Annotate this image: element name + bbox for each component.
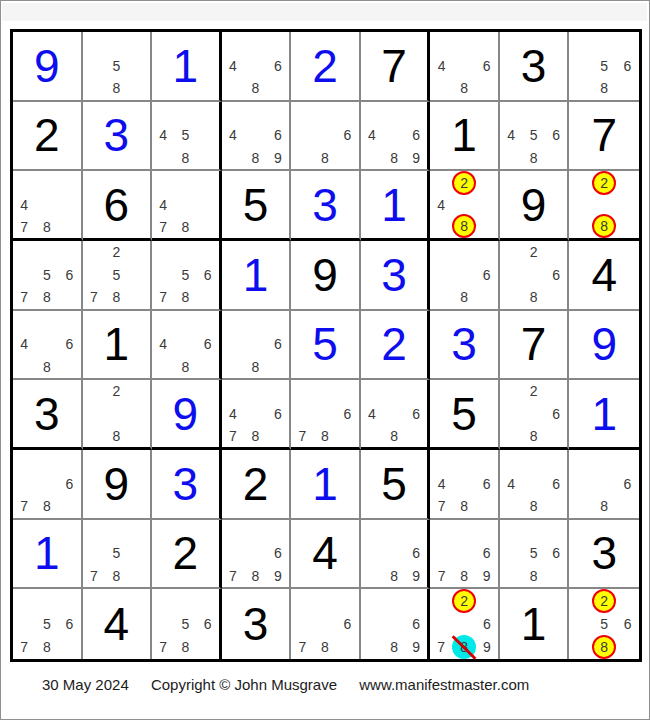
candidate-4: 4 (229, 406, 237, 422)
candidate-slot-1 (222, 311, 245, 334)
candidate-slot-6: 6 (58, 613, 81, 636)
candidate-slot-9 (545, 495, 568, 518)
cell-r4c8[interactable]: 268 (500, 241, 570, 311)
candidate-slot-6: 6 (267, 124, 290, 147)
candidate-5: 5 (112, 545, 120, 561)
cell-r5c6[interactable]: 2 (361, 311, 431, 381)
cell-r3c7[interactable]: 248 (430, 171, 500, 241)
candidate-8: 8 (460, 568, 468, 584)
candidate-slot-7: 7 (430, 565, 453, 588)
candidate-slot-6: 6 (336, 124, 359, 147)
candidate-slot-4 (222, 333, 245, 356)
candidate-slot-5: 5 (174, 124, 196, 147)
candidate-slot-8: 8 (244, 147, 267, 170)
candidate-slot-8: 8 (244, 565, 267, 588)
candidate-slot-6 (616, 195, 639, 214)
candidate-slot-4 (430, 613, 452, 635)
candidate-slot-6: 6 (405, 542, 427, 565)
candidate-slot-7: 7 (13, 286, 36, 309)
candidate-grid: 4678 (222, 380, 290, 447)
candidate-4: 4 (20, 336, 28, 352)
candidate-slot-6: 6 (58, 333, 81, 356)
candidate-slot-8: 8 (36, 286, 59, 309)
cell-r4c6[interactable]: 3 (361, 241, 431, 311)
cell-r8c4[interactable]: 6789 (222, 520, 292, 590)
candidate-slot-2 (453, 520, 476, 543)
candidate-slot-7 (500, 286, 523, 309)
candidate-slot-9 (545, 147, 568, 170)
cell-r7c7[interactable]: 4678 (430, 450, 500, 520)
cell-r9c9[interactable]: 2568 (569, 589, 639, 659)
candidate-7: 7 (438, 498, 446, 514)
candidate-6: 6 (552, 267, 560, 283)
candidate-slot-1 (291, 380, 314, 402)
candidate-slot-7 (83, 77, 106, 100)
candidate-slot-4 (83, 264, 106, 287)
candidate-8: 8 (43, 219, 51, 235)
candidate-8: 8 (321, 639, 329, 655)
candidate-slot-5: 5 (592, 613, 616, 635)
candidate-7: 7 (90, 289, 98, 305)
candidate-slot-9: 9 (267, 147, 290, 170)
candidate-slot-6: 6 (336, 613, 359, 636)
cell-r6c4[interactable]: 4678 (222, 380, 292, 450)
given-digit: 6 (104, 182, 130, 228)
candidate-slot-6: 6 (475, 264, 498, 287)
cell-r9c1[interactable]: 5678 (13, 589, 83, 659)
cell-r8c5[interactable]: 4 (291, 520, 361, 590)
cell-r2c5[interactable]: 68 (291, 102, 361, 172)
cell-r3c2[interactable]: 6 (83, 171, 153, 241)
candidate-slot-3 (128, 380, 151, 402)
candidate-grid: 568 (500, 520, 568, 588)
candidate-slot-5 (522, 264, 545, 287)
cell-r3c6[interactable]: 1 (361, 171, 431, 241)
candidate-slot-4 (569, 473, 592, 496)
candidate-slot-8: 8 (592, 214, 616, 238)
candidate-slot-3 (196, 171, 218, 193)
candidate-6: 6 (344, 127, 352, 143)
candidate-9: 9 (412, 639, 420, 655)
candidate-slot-8: 8 (453, 565, 476, 588)
candidate-8: 8 (460, 498, 468, 514)
candidate-slot-8: 8 (452, 635, 476, 659)
candidate-slot-1 (569, 32, 592, 55)
candidate-8-highlight-circle: 8 (592, 214, 616, 238)
candidate-8: 8 (530, 428, 538, 444)
candidate-slot-1 (83, 32, 106, 55)
candidate-8: 8 (321, 150, 329, 166)
candidate-slot-8: 8 (593, 77, 616, 100)
candidate-6: 6 (412, 406, 420, 422)
candidate-slot-9 (58, 216, 81, 238)
candidate-slot-1 (430, 32, 453, 55)
candidate-slot-8: 8 (36, 356, 59, 379)
cell-r1c1[interactable]: 9 (13, 32, 83, 102)
candidate-slot-8: 8 (244, 356, 267, 379)
candidate-7: 7 (20, 498, 28, 514)
candidate-8-eliminated: 8 (452, 635, 476, 659)
cell-r2c8[interactable]: 4568 (500, 102, 570, 172)
solved-digit: 2 (312, 43, 338, 89)
candidate-slot-7: 7 (430, 635, 452, 659)
candidate-slot-5 (453, 55, 476, 78)
candidate-slot-1 (152, 589, 174, 612)
candidate-slot-5: 5 (105, 542, 128, 565)
cell-r3c4[interactable]: 5 (222, 171, 292, 241)
candidate-slot-1 (430, 450, 453, 473)
candidate-slot-3 (545, 241, 568, 264)
cell-r2c9[interactable]: 7 (569, 102, 639, 172)
cell-r4c9[interactable]: 4 (569, 241, 639, 311)
cell-r3c9[interactable]: 28 (569, 171, 639, 241)
candidate-slot-5: 5 (174, 264, 196, 287)
candidate-8-highlight-circle: 8 (592, 635, 616, 659)
candidate-slot-9 (196, 286, 218, 309)
candidate-slot-3 (196, 241, 218, 264)
candidate-4: 4 (159, 197, 167, 213)
candidate-4: 4 (507, 476, 515, 492)
footer-website: www.manifestmaster.com (359, 676, 529, 693)
cell-r9c5[interactable]: 678 (291, 589, 361, 659)
candidate-5: 5 (600, 58, 608, 74)
candidate-slot-1 (500, 102, 523, 125)
cell-r5c8[interactable]: 7 (500, 311, 570, 381)
cell-r8c9[interactable]: 3 (569, 520, 639, 590)
candidate-slot-1 (361, 380, 383, 402)
given-digit: 9 (104, 461, 130, 507)
candidate-slot-7 (13, 356, 36, 379)
cell-r1c9[interactable]: 568 (569, 32, 639, 102)
candidate-slot-8: 8 (244, 425, 267, 447)
candidate-slot-1 (222, 520, 245, 543)
candidate-slot-4: 4 (152, 124, 174, 147)
candidate-grid: 5678 (13, 589, 81, 659)
candidate-slot-2: 2 (592, 589, 616, 613)
cell-r1c7[interactable]: 468 (430, 32, 500, 102)
candidate-slot-7: 7 (430, 495, 453, 518)
given-digit: 5 (451, 391, 477, 437)
candidate-slot-6 (128, 264, 151, 287)
candidate-slot-9 (336, 636, 359, 659)
candidate-grid: 478 (13, 171, 81, 238)
candidate-8: 8 (43, 359, 51, 375)
candidate-slot-8: 8 (105, 425, 128, 447)
cell-r3c3[interactable]: 478 (152, 171, 222, 241)
cell-r1c6[interactable]: 7 (361, 32, 431, 102)
cell-r4c5[interactable]: 9 (291, 241, 361, 311)
solved-digit: 3 (104, 112, 130, 158)
candidate-7: 7 (438, 568, 446, 584)
candidate-slot-4 (13, 473, 36, 496)
candidate-slot-4: 4 (222, 124, 245, 147)
candidate-slot-8: 8 (174, 147, 196, 170)
cell-r4c4[interactable]: 1 (222, 241, 292, 311)
cell-r7c3[interactable]: 3 (152, 450, 222, 520)
candidate-slot-4: 4 (430, 55, 453, 78)
given-digit: 4 (104, 601, 130, 647)
candidate-6: 6 (552, 545, 560, 561)
cell-r1c2[interactable]: 58 (83, 32, 153, 102)
candidate-4: 4 (368, 127, 376, 143)
cell-r7c1[interactable]: 678 (13, 450, 83, 520)
candidate-slot-6 (128, 542, 151, 565)
candidate-6: 6 (552, 476, 560, 492)
candidate-5: 5 (181, 616, 189, 632)
cell-r2c4[interactable]: 4689 (222, 102, 292, 172)
candidate-slot-4: 4 (430, 195, 452, 214)
candidate-8: 8 (390, 568, 398, 584)
cell-r6c6[interactable]: 468 (361, 380, 431, 450)
cell-r1c3[interactable]: 1 (152, 32, 222, 102)
candidate-slot-9 (58, 286, 81, 309)
cell-r2c6[interactable]: 4689 (361, 102, 431, 172)
cell-r2c7[interactable]: 1 (430, 102, 500, 172)
candidate-9: 9 (274, 150, 282, 166)
cell-r5c2[interactable]: 1 (83, 311, 153, 381)
cell-r6c8[interactable]: 268 (500, 380, 570, 450)
footer-copyright: Copyright © John Musgrave (151, 676, 337, 693)
cell-r6c3[interactable]: 9 (152, 380, 222, 450)
candidate-slot-5: 5 (522, 542, 545, 565)
cell-r2c3[interactable]: 458 (152, 102, 222, 172)
candidate-slot-5 (36, 194, 59, 216)
candidate-slot-6: 6 (58, 264, 81, 287)
cell-r6c1[interactable]: 3 (13, 380, 83, 450)
cell-r5c5[interactable]: 5 (291, 311, 361, 381)
candidate-6: 6 (204, 267, 212, 283)
candidate-7: 7 (159, 639, 167, 655)
candidate-slot-1 (569, 589, 592, 613)
cell-r7c4[interactable]: 2 (222, 450, 292, 520)
cell-r4c3[interactable]: 5678 (152, 241, 222, 311)
candidate-4: 4 (438, 58, 446, 74)
cell-r9c2[interactable]: 4 (83, 589, 153, 659)
cell-r6c2[interactable]: 28 (83, 380, 153, 450)
candidate-slot-3 (545, 520, 568, 543)
candidate-slot-9 (336, 147, 359, 170)
candidate-slot-7 (569, 214, 592, 238)
cell-r3c1[interactable]: 478 (13, 171, 83, 241)
candidate-slot-7: 7 (13, 216, 36, 238)
candidate-slot-6: 6 (475, 542, 498, 565)
given-digit: 4 (312, 530, 338, 576)
candidate-4: 4 (229, 127, 237, 143)
candidate-6: 6 (624, 616, 632, 632)
candidate-5: 5 (112, 267, 120, 283)
solved-digit: 1 (381, 182, 407, 228)
candidate-9: 9 (412, 150, 420, 166)
candidate-slot-1 (83, 241, 106, 264)
candidate-5: 5 (530, 127, 538, 143)
candidate-slot-4 (291, 124, 314, 147)
candidate-6: 6 (65, 336, 73, 352)
cell-r1c4[interactable]: 468 (222, 32, 292, 102)
cell-r8c3[interactable]: 2 (152, 520, 222, 590)
cell-r7c2[interactable]: 9 (83, 450, 153, 520)
candidate-8: 8 (181, 219, 189, 235)
cell-r3c8[interactable]: 9 (500, 171, 570, 241)
cell-r6c7[interactable]: 5 (430, 380, 500, 450)
candidate-slot-1 (361, 589, 383, 612)
candidate-slot-9 (196, 356, 218, 379)
cell-r5c9[interactable]: 9 (569, 311, 639, 381)
candidate-4: 4 (368, 406, 376, 422)
candidate-8: 8 (390, 639, 398, 655)
candidate-slot-3 (58, 171, 81, 193)
candidate-slot-9 (267, 356, 290, 379)
candidate-slot-2: 2 (105, 380, 128, 402)
candidate-8: 8 (43, 289, 51, 305)
candidate-slot-2 (244, 520, 267, 543)
cell-r9c8[interactable]: 1 (500, 589, 570, 659)
given-digit: 2 (34, 112, 60, 158)
cell-r4c1[interactable]: 5678 (13, 241, 83, 311)
candidate-8-highlight-circle: 8 (452, 214, 476, 238)
cell-r5c1[interactable]: 468 (13, 311, 83, 381)
candidate-slot-2: 2 (105, 241, 128, 264)
candidate-grid: 468 (152, 311, 219, 379)
candidate-8: 8 (181, 359, 189, 375)
cell-r9c7[interactable]: 26789 (430, 589, 500, 659)
candidate-slot-8: 8 (522, 147, 545, 170)
candidate-slot-7 (569, 495, 592, 518)
candidate-slot-3 (267, 380, 290, 402)
candidate-slot-1 (430, 241, 453, 264)
candidate-8: 8 (43, 498, 51, 514)
cell-r1c5[interactable]: 2 (291, 32, 361, 102)
candidate-6: 6 (412, 616, 420, 632)
cell-r8c6[interactable]: 689 (361, 520, 431, 590)
candidate-slot-6: 6 (405, 613, 427, 636)
candidate-slot-6: 6 (545, 264, 568, 287)
cell-r6c9[interactable]: 1 (569, 380, 639, 450)
candidate-slot-1 (13, 450, 36, 473)
candidate-slot-6: 6 (616, 473, 639, 496)
candidate-slot-6: 6 (545, 542, 568, 565)
candidate-2: 2 (112, 244, 120, 260)
cell-r8c1[interactable]: 1 (13, 520, 83, 590)
candidate-slot-5 (174, 194, 196, 216)
candidate-slot-7: 7 (222, 565, 245, 588)
candidate-6: 6 (552, 127, 560, 143)
candidate-slot-2 (36, 450, 59, 473)
solved-digit: 5 (312, 321, 338, 367)
cell-r2c2[interactable]: 3 (83, 102, 153, 172)
cell-r7c9[interactable]: 68 (569, 450, 639, 520)
candidate-slot-2 (36, 311, 59, 334)
candidate-6: 6 (274, 58, 282, 74)
cell-r3c5[interactable]: 3 (291, 171, 361, 241)
candidate-slot-5 (383, 403, 405, 425)
candidate-slot-8: 8 (593, 495, 616, 518)
candidate-6: 6 (344, 616, 352, 632)
cell-r8c8[interactable]: 568 (500, 520, 570, 590)
candidate-slot-9 (475, 495, 498, 518)
candidate-slot-2 (522, 450, 545, 473)
cell-r5c7[interactable]: 3 (430, 311, 500, 381)
candidate-slot-3 (475, 450, 498, 473)
cell-r6c5[interactable]: 678 (291, 380, 361, 450)
candidate-slot-6: 6 (475, 473, 498, 496)
candidate-slot-9 (128, 77, 151, 100)
candidate-8: 8 (112, 428, 120, 444)
candidate-slot-2: 2 (522, 380, 545, 402)
candidate-slot-1 (222, 32, 245, 55)
candidate-slot-7: 7 (291, 636, 314, 659)
candidate-8: 8 (181, 150, 189, 166)
candidate-slot-8: 8 (174, 636, 196, 659)
candidate-slot-9 (616, 635, 639, 659)
candidate-slot-3 (475, 241, 498, 264)
candidate-slot-2: 2 (592, 171, 616, 195)
candidate-slot-1 (430, 171, 452, 195)
candidate-grid: 468 (222, 32, 290, 100)
candidate-slot-1 (13, 311, 36, 334)
candidate-grid: 58 (83, 32, 151, 100)
candidate-6: 6 (552, 406, 560, 422)
candidate-grid: 68 (569, 450, 639, 518)
cell-r8c7[interactable]: 6789 (430, 520, 500, 590)
cell-r7c8[interactable]: 468 (500, 450, 570, 520)
cell-r9c3[interactable]: 5678 (152, 589, 222, 659)
candidate-2-highlight-circle: 2 (592, 589, 616, 613)
cell-r7c6[interactable]: 5 (361, 450, 431, 520)
cell-r5c4[interactable]: 68 (222, 311, 292, 381)
candidate-8: 8 (112, 568, 120, 584)
candidate-8: 8 (600, 80, 608, 96)
candidate-slot-8: 8 (105, 286, 128, 309)
candidate-slot-8: 8 (174, 356, 196, 379)
cell-r1c8[interactable]: 3 (500, 32, 570, 102)
cell-r8c2[interactable]: 578 (83, 520, 153, 590)
cell-r4c2[interactable]: 2578 (83, 241, 153, 311)
candidate-slot-6 (476, 195, 498, 214)
candidate-slot-3 (476, 589, 498, 613)
candidate-slot-6: 6 (616, 55, 639, 78)
candidate-slot-8: 8 (383, 425, 405, 447)
candidate-slot-5: 5 (522, 124, 545, 147)
candidate-slot-4: 4 (222, 403, 245, 425)
cell-r9c6[interactable]: 689 (361, 589, 431, 659)
candidate-8: 8 (252, 568, 260, 584)
candidate-slot-4: 4 (361, 124, 383, 147)
cell-r4c7[interactable]: 68 (430, 241, 500, 311)
candidate-slot-6: 6 (475, 55, 498, 78)
candidate-slot-5 (314, 613, 337, 636)
candidate-slot-5 (105, 403, 128, 425)
given-digit: 1 (521, 601, 547, 647)
candidate-slot-7 (500, 425, 523, 447)
candidate-slot-6: 6 (58, 473, 81, 496)
candidate-slot-4: 4 (13, 333, 36, 356)
cell-r7c5[interactable]: 1 (291, 450, 361, 520)
cell-r9c4[interactable]: 3 (222, 589, 292, 659)
candidate-slot-7 (361, 565, 383, 588)
given-digit: 5 (243, 182, 269, 228)
candidate-slot-7 (222, 356, 245, 379)
cell-r5c3[interactable]: 468 (152, 311, 222, 381)
candidate-slot-7: 7 (83, 565, 106, 588)
candidate-slot-9 (196, 216, 218, 238)
cell-r2c1[interactable]: 2 (13, 102, 83, 172)
candidate-slot-4 (500, 542, 523, 565)
given-digit: 3 (521, 43, 547, 89)
candidate-slot-9 (267, 425, 290, 447)
candidate-slot-8: 8 (453, 286, 476, 309)
candidate-slot-3 (267, 32, 290, 55)
candidate-slot-4 (291, 403, 314, 425)
